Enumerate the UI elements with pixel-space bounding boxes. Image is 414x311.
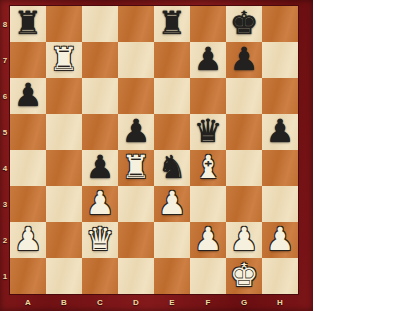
file-label-c: C <box>82 294 118 311</box>
piece-white-king[interactable]: ♚ <box>230 257 259 293</box>
piece-black-rook[interactable]: ♜ <box>14 5 43 41</box>
square-f1[interactable] <box>190 258 226 294</box>
square-c3[interactable]: ♟ <box>82 186 118 222</box>
square-d6[interactable] <box>118 78 154 114</box>
square-a4[interactable] <box>10 150 46 186</box>
square-g1[interactable]: ♚ <box>226 258 262 294</box>
square-g2[interactable]: ♟ <box>226 222 262 258</box>
rank-label-1: 1 <box>0 258 10 294</box>
piece-black-queen[interactable]: ♛ <box>194 113 223 149</box>
piece-white-queen[interactable]: ♛ <box>86 221 115 257</box>
rank-label-6: 6 <box>0 78 10 114</box>
square-h2[interactable]: ♟ <box>262 222 298 258</box>
piece-black-knight[interactable]: ♞ <box>158 149 187 185</box>
square-c6[interactable] <box>82 78 118 114</box>
square-a5[interactable] <box>10 114 46 150</box>
square-b5[interactable] <box>46 114 82 150</box>
square-h4[interactable] <box>262 150 298 186</box>
square-a6[interactable]: ♟ <box>10 78 46 114</box>
square-c2[interactable]: ♛ <box>82 222 118 258</box>
file-label-e: E <box>154 294 190 311</box>
square-f7[interactable]: ♟ <box>190 42 226 78</box>
piece-white-pawn[interactable]: ♟ <box>230 221 259 257</box>
piece-black-pawn[interactable]: ♟ <box>122 113 151 149</box>
square-e7[interactable] <box>154 42 190 78</box>
square-e5[interactable] <box>154 114 190 150</box>
square-e2[interactable] <box>154 222 190 258</box>
file-label-a: A <box>10 294 46 311</box>
piece-black-pawn[interactable]: ♟ <box>266 113 295 149</box>
square-b6[interactable] <box>46 78 82 114</box>
file-label-h: H <box>262 294 298 311</box>
square-g6[interactable] <box>226 78 262 114</box>
square-h6[interactable] <box>262 78 298 114</box>
square-h7[interactable] <box>262 42 298 78</box>
piece-black-pawn[interactable]: ♟ <box>14 77 43 113</box>
rank-label-5: 5 <box>0 114 10 150</box>
square-d2[interactable] <box>118 222 154 258</box>
square-c1[interactable] <box>82 258 118 294</box>
square-a7[interactable] <box>10 42 46 78</box>
rank-label-8: 8 <box>0 6 10 42</box>
file-label-b: B <box>46 294 82 311</box>
rank-label-4: 4 <box>0 150 10 186</box>
chess-board: ♜♜♚♜♟♟♟♟♛♟♟♜♞♝♟♟♟♛♟♟♟♚ <box>10 6 298 294</box>
chess-board-frame: ♜♜♚♜♟♟♟♟♛♟♟♜♞♝♟♟♟♛♟♟♟♚ 87654321 ABCDEFGH <box>0 0 313 311</box>
square-b8[interactable] <box>46 6 82 42</box>
square-e8[interactable]: ♜ <box>154 6 190 42</box>
square-g4[interactable] <box>226 150 262 186</box>
file-label-d: D <box>118 294 154 311</box>
piece-white-bishop[interactable]: ♝ <box>194 149 223 185</box>
square-b3[interactable] <box>46 186 82 222</box>
square-g3[interactable] <box>226 186 262 222</box>
square-d1[interactable] <box>118 258 154 294</box>
rank-label-3: 3 <box>0 186 10 222</box>
piece-black-king[interactable]: ♚ <box>230 5 259 41</box>
square-b7[interactable]: ♜ <box>46 42 82 78</box>
square-h8[interactable] <box>262 6 298 42</box>
square-c5[interactable] <box>82 114 118 150</box>
piece-white-rook[interactable]: ♜ <box>122 149 151 185</box>
piece-white-pawn[interactable]: ♟ <box>266 221 295 257</box>
square-f6[interactable] <box>190 78 226 114</box>
piece-black-pawn[interactable]: ♟ <box>230 41 259 77</box>
square-d4[interactable]: ♜ <box>118 150 154 186</box>
square-f2[interactable]: ♟ <box>190 222 226 258</box>
square-c4[interactable]: ♟ <box>82 150 118 186</box>
square-f3[interactable] <box>190 186 226 222</box>
square-e1[interactable] <box>154 258 190 294</box>
file-label-g: G <box>226 294 262 311</box>
piece-black-pawn[interactable]: ♟ <box>194 41 223 77</box>
square-a1[interactable] <box>10 258 46 294</box>
piece-black-rook[interactable]: ♜ <box>158 5 187 41</box>
square-b4[interactable] <box>46 150 82 186</box>
square-e3[interactable]: ♟ <box>154 186 190 222</box>
square-b2[interactable] <box>46 222 82 258</box>
piece-white-pawn[interactable]: ♟ <box>194 221 223 257</box>
square-b1[interactable] <box>46 258 82 294</box>
piece-black-pawn[interactable]: ♟ <box>86 149 115 185</box>
file-label-f: F <box>190 294 226 311</box>
square-c8[interactable] <box>82 6 118 42</box>
piece-white-pawn[interactable]: ♟ <box>158 185 187 221</box>
square-e6[interactable] <box>154 78 190 114</box>
rank-label-2: 2 <box>0 222 10 258</box>
square-g5[interactable] <box>226 114 262 150</box>
rank-label-7: 7 <box>0 42 10 78</box>
piece-white-rook[interactable]: ♜ <box>50 41 79 77</box>
piece-white-pawn[interactable]: ♟ <box>86 185 115 221</box>
square-a3[interactable] <box>10 186 46 222</box>
square-a8[interactable]: ♜ <box>10 6 46 42</box>
square-g8[interactable]: ♚ <box>226 6 262 42</box>
square-f5[interactable]: ♛ <box>190 114 226 150</box>
square-h3[interactable] <box>262 186 298 222</box>
square-f8[interactable] <box>190 6 226 42</box>
square-g7[interactable]: ♟ <box>226 42 262 78</box>
square-d5[interactable]: ♟ <box>118 114 154 150</box>
square-h1[interactable] <box>262 258 298 294</box>
square-d3[interactable] <box>118 186 154 222</box>
square-c7[interactable] <box>82 42 118 78</box>
square-h5[interactable]: ♟ <box>262 114 298 150</box>
square-a2[interactable]: ♟ <box>10 222 46 258</box>
square-d8[interactable] <box>118 6 154 42</box>
square-e4[interactable]: ♞ <box>154 150 190 186</box>
piece-white-pawn[interactable]: ♟ <box>14 221 43 257</box>
square-f4[interactable]: ♝ <box>190 150 226 186</box>
square-d7[interactable] <box>118 42 154 78</box>
